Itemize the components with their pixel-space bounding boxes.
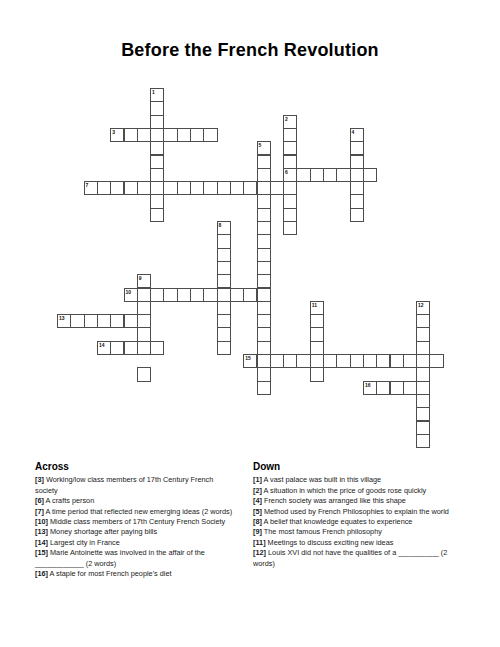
grid-cell-r15c7[interactable]	[150, 288, 164, 302]
grid-cell-r5c7[interactable]	[150, 155, 164, 169]
grid-cell-r17c3[interactable]	[97, 314, 111, 328]
grid-cell-r18c15[interactable]	[257, 327, 271, 341]
worksheet-page: Before the French Revolution 12345678910…	[0, 0, 500, 647]
grid-cell-r21c15[interactable]	[257, 367, 271, 381]
grid-cell-r19c7[interactable]	[150, 341, 164, 355]
across-clue-7: [7] A time period that reflected new eme…	[35, 507, 250, 517]
grid-cell-r8c7[interactable]	[150, 194, 164, 208]
cell-number-12: 12	[418, 302, 424, 308]
grid-cell-r19c6[interactable]	[137, 341, 151, 355]
grid-cell-r22c23[interactable]: 16	[363, 381, 377, 395]
clue-number: [16]	[35, 569, 48, 578]
grid-cell-r20c24[interactable]	[376, 354, 390, 368]
down-clue-4: [4] French society was arranged like thi…	[253, 496, 473, 506]
across-clue-15: [15] Marie Antoinette was involved in th…	[35, 548, 250, 569]
grid-cell-r22c24[interactable]	[376, 381, 390, 395]
grid-cell-r22c27[interactable]	[416, 381, 430, 395]
grid-cell-r17c15[interactable]	[257, 314, 271, 328]
grid-cell-r13c15[interactable]	[257, 261, 271, 275]
grid-cell-r15c11[interactable]	[203, 288, 217, 302]
clue-number: [3]	[35, 475, 44, 484]
grid-cell-r15c6[interactable]	[137, 288, 151, 302]
cell-number-9: 9	[139, 275, 142, 281]
grid-cell-r15c15[interactable]	[257, 288, 271, 302]
grid-cell-r18c19[interactable]	[310, 327, 324, 341]
grid-cell-r9c7[interactable]	[150, 208, 164, 222]
cell-number-1: 1	[152, 89, 155, 95]
grid-cell-r10c15[interactable]	[257, 221, 271, 235]
cell-number-11: 11	[312, 302, 317, 308]
clue-number: [11]	[253, 538, 266, 547]
grid-cell-r7c8[interactable]	[163, 181, 177, 195]
grid-cell-r7c15[interactable]	[257, 181, 271, 195]
grid-cell-r7c2[interactable]: 7	[84, 181, 98, 195]
grid-cell-r6c7[interactable]	[150, 168, 164, 182]
grid-cell-r4c7[interactable]	[150, 141, 164, 155]
grid-cell-r20c14[interactable]: 15	[243, 354, 257, 368]
across-clue-6: [6] A crafts person	[35, 496, 250, 506]
grid-cell-r4c15[interactable]: 5	[257, 141, 271, 155]
grid-cell-r17c5[interactable]	[124, 314, 138, 328]
grid-cell-r20c26[interactable]	[403, 354, 417, 368]
grid-cell-r18c6[interactable]	[137, 327, 151, 341]
grid-cell-r19c19[interactable]	[310, 341, 324, 355]
cell-number-16: 16	[365, 382, 371, 388]
grid-cell-r3c11[interactable]	[203, 128, 217, 142]
grid-cell-r26c27[interactable]	[416, 434, 430, 448]
down-clue-9: [9] The most famous French philosophy	[253, 527, 473, 537]
grid-cell-r6c17[interactable]: 6	[283, 168, 297, 182]
grid-cell-r15c14[interactable]	[243, 288, 257, 302]
crossword-grid: 12345678910111213141516	[57, 88, 457, 448]
across-clue-14: [14] Largest city in France	[35, 538, 250, 548]
clue-number: [12]	[253, 548, 266, 557]
grid-cell-r17c27[interactable]	[416, 314, 430, 328]
cell-number-15: 15	[245, 355, 251, 361]
grid-cell-r3c4[interactable]: 3	[110, 128, 124, 142]
down-clue-1: [1] A vast palace was built in this vill…	[253, 475, 473, 485]
grid-cell-r17c6[interactable]	[137, 314, 151, 328]
grid-cell-r15c5[interactable]: 10	[124, 288, 138, 302]
grid-cell-r3c22[interactable]: 4	[350, 128, 364, 142]
grid-cell-r20c21[interactable]	[336, 354, 350, 368]
clue-number: [15]	[35, 548, 48, 557]
down-clue-11: [11] Meetings to discuss exciting new id…	[253, 538, 473, 548]
grid-cell-r11c15[interactable]	[257, 234, 271, 248]
grid-cell-r16c6[interactable]	[137, 301, 151, 315]
grid-cell-r3c8[interactable]	[163, 128, 177, 142]
grid-cell-r7c3[interactable]	[97, 181, 111, 195]
grid-cell-r19c5[interactable]	[124, 341, 138, 355]
grid-cell-r19c27[interactable]	[416, 341, 430, 355]
grid-cell-r5c15[interactable]	[257, 155, 271, 169]
grid-cell-r5c17[interactable]	[283, 155, 297, 169]
across-clues-section: Across [3] Working/low class members of …	[35, 462, 250, 579]
grid-cell-r4c22[interactable]	[350, 141, 364, 155]
grid-cell-r16c19[interactable]: 11	[310, 301, 324, 315]
cell-number-7: 7	[86, 182, 89, 188]
grid-cell-r9c15[interactable]	[257, 208, 271, 222]
cell-number-8: 8	[219, 222, 222, 228]
grid-cell-r4c17[interactable]	[283, 141, 297, 155]
grid-cell-r17c4[interactable]	[110, 314, 124, 328]
grid-cell-r7c5[interactable]	[124, 181, 138, 195]
grid-cell-r20c19[interactable]	[310, 354, 324, 368]
grid-cell-r7c4[interactable]	[110, 181, 124, 195]
grid-cell-r7c6[interactable]	[137, 181, 151, 195]
grid-cell-r3c5[interactable]	[124, 128, 138, 142]
grid-cell-r12c12[interactable]	[217, 248, 231, 262]
clue-number: [2]	[253, 486, 262, 495]
across-clue-10: [10] Middle class members of 17th Centur…	[35, 517, 250, 527]
grid-cell-r3c17[interactable]	[283, 128, 297, 142]
grid-cell-r3c7[interactable]	[150, 128, 164, 142]
down-clue-12: [12] Louis XVI did not have the qualitie…	[253, 548, 473, 569]
grid-cell-r20c20[interactable]	[323, 354, 337, 368]
grid-cell-r7c11[interactable]	[203, 181, 217, 195]
clue-number: [5]	[253, 507, 262, 516]
grid-cell-r7c7[interactable]	[150, 181, 164, 195]
grid-cell-r1c7[interactable]	[150, 101, 164, 115]
grid-cell-r6c18[interactable]	[296, 168, 310, 182]
clue-number: [13]	[35, 527, 48, 536]
grid-cell-r14c6[interactable]: 9	[137, 274, 151, 288]
across-clue-3: [3] Working/low class members of 17th Ce…	[35, 475, 250, 496]
grid-cell-r19c15[interactable]	[257, 341, 271, 355]
across-clue-list: [3] Working/low class members of 17th Ce…	[35, 475, 250, 579]
grid-cell-r6c22[interactable]	[350, 168, 364, 182]
grid-cell-r20c28[interactable]	[429, 354, 443, 368]
cell-number-3: 3	[112, 129, 115, 135]
grid-cell-r20c17[interactable]	[283, 354, 297, 368]
grid-cell-r15c12[interactable]	[217, 288, 231, 302]
down-clues-section: Down [1] A vast palace was built in this…	[253, 462, 473, 569]
grid-cell-r11c12[interactable]	[217, 234, 231, 248]
grid-cell-r10c17[interactable]	[283, 221, 297, 235]
grid-cell-r6c21[interactable]	[336, 168, 350, 182]
cell-number-6: 6	[285, 169, 288, 175]
clue-number: [8]	[253, 517, 262, 526]
grid-cell-r23c27[interactable]	[416, 394, 430, 408]
grid-cell-r20c22[interactable]	[350, 354, 364, 368]
grid-cell-r17c12[interactable]	[217, 314, 231, 328]
clue-number: [10]	[35, 517, 48, 526]
grid-cell-r7c22[interactable]	[350, 181, 364, 195]
puzzle-title: Before the French Revolution	[0, 40, 500, 61]
grid-cell-r20c25[interactable]	[390, 354, 404, 368]
grid-cell-r19c4[interactable]	[110, 341, 124, 355]
grid-cell-r6c23[interactable]	[363, 168, 377, 182]
cell-number-4: 4	[352, 129, 355, 135]
grid-cell-r21c6[interactable]	[137, 367, 151, 381]
grid-cell-r25c27[interactable]	[416, 421, 430, 435]
grid-cell-r15c8[interactable]	[163, 288, 177, 302]
grid-cell-r10c12[interactable]: 8	[217, 221, 231, 235]
cell-number-10: 10	[126, 289, 132, 295]
grid-cell-r7c9[interactable]	[177, 181, 191, 195]
grid-cell-r20c18[interactable]	[296, 354, 310, 368]
down-clue-list: [1] A vast palace was built in this vill…	[253, 475, 473, 569]
grid-cell-r8c15[interactable]	[257, 194, 271, 208]
grid-cell-r19c3[interactable]: 14	[97, 341, 111, 355]
grid-cell-r6c15[interactable]	[257, 168, 271, 182]
grid-cell-r7c14[interactable]	[243, 181, 257, 195]
grid-cell-r20c15[interactable]	[257, 354, 271, 368]
grid-cell-r9c17[interactable]	[283, 208, 297, 222]
grid-cell-r0c7[interactable]: 1	[150, 88, 164, 102]
grid-cell-r20c27[interactable]	[416, 354, 430, 368]
grid-cell-r14c12[interactable]	[217, 274, 231, 288]
cell-number-14: 14	[99, 342, 105, 348]
grid-cell-r15c9[interactable]	[177, 288, 191, 302]
grid-cell-r17c0[interactable]: 13	[57, 314, 71, 328]
grid-cell-r3c10[interactable]	[190, 128, 204, 142]
clue-number: [4]	[253, 496, 262, 505]
grid-cell-r20c23[interactable]	[363, 354, 377, 368]
across-clue-13: [13] Money shortage after paying bills	[35, 527, 250, 537]
grid-cell-r2c17[interactable]: 2	[283, 115, 297, 129]
across-clue-16: [16] A staple for most French people's d…	[35, 569, 250, 579]
grid-cell-r16c12[interactable]	[217, 301, 231, 315]
cell-number-13: 13	[59, 315, 65, 321]
down-heading: Down	[253, 462, 473, 472]
grid-cell-r9c22[interactable]	[350, 208, 364, 222]
across-heading: Across	[35, 462, 250, 472]
grid-cell-r16c27[interactable]: 12	[416, 301, 430, 315]
grid-cell-r13c12[interactable]	[217, 261, 231, 275]
down-clue-8: [8] A belief that knowledge equates to e…	[253, 517, 473, 527]
grid-cell-r16c15[interactable]	[257, 301, 271, 315]
clue-number: [1]	[253, 475, 262, 484]
grid-cell-r6c19[interactable]	[310, 168, 324, 182]
grid-cell-r3c6[interactable]	[137, 128, 151, 142]
grid-cell-r19c12[interactable]	[217, 341, 231, 355]
grid-cell-r18c27[interactable]	[416, 327, 430, 341]
grid-cell-r15c10[interactable]	[190, 288, 204, 302]
grid-cell-r14c15[interactable]	[257, 274, 271, 288]
grid-cell-r7c10[interactable]	[190, 181, 204, 195]
clue-number: [14]	[35, 538, 48, 547]
grid-cell-r8c22[interactable]	[350, 194, 364, 208]
grid-cell-r6c20[interactable]	[323, 168, 337, 182]
grid-cell-r17c1[interactable]	[70, 314, 84, 328]
clue-number: [9]	[253, 527, 262, 536]
grid-cell-r17c2[interactable]	[84, 314, 98, 328]
grid-cell-r22c26[interactable]	[403, 381, 417, 395]
grid-cell-r5c22[interactable]	[350, 155, 364, 169]
grid-cell-r17c19[interactable]	[310, 314, 324, 328]
cell-number-2: 2	[285, 116, 288, 122]
grid-cell-r22c25[interactable]	[390, 381, 404, 395]
grid-cell-r21c19[interactable]	[310, 367, 324, 381]
grid-cell-r18c12[interactable]	[217, 327, 231, 341]
down-clue-5: [5] Method used by French Philosophies t…	[253, 507, 473, 517]
clue-number: [7]	[35, 507, 44, 516]
grid-cell-r15c13[interactable]	[230, 288, 244, 302]
grid-cell-r3c9[interactable]	[177, 128, 191, 142]
down-clue-2: [2] A situation in which the price of go…	[253, 486, 473, 496]
grid-cell-r2c7[interactable]	[150, 115, 164, 129]
grid-cell-r12c15[interactable]	[257, 248, 271, 262]
clue-number: [6]	[35, 496, 44, 505]
grid-cell-r7c16[interactable]	[270, 181, 284, 195]
grid-cell-r7c13[interactable]	[230, 181, 244, 195]
grid-cell-r24c27[interactable]	[416, 407, 430, 421]
cell-number-5: 5	[259, 142, 262, 148]
grid-cell-r22c15[interactable]	[257, 381, 271, 395]
grid-cell-r8c17[interactable]	[283, 194, 297, 208]
grid-cell-r21c27[interactable]	[416, 367, 430, 381]
grid-cell-r7c12[interactable]	[217, 181, 231, 195]
grid-cell-r20c16[interactable]	[270, 354, 284, 368]
grid-cell-r7c17[interactable]	[283, 181, 297, 195]
